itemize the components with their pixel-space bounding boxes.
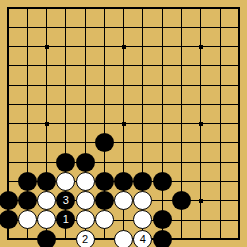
stone-black-move-3: 3 bbox=[56, 191, 75, 210]
stone-black bbox=[0, 191, 18, 210]
stone-white bbox=[114, 191, 133, 210]
move-number-label: 1 bbox=[63, 214, 69, 225]
stone-black bbox=[153, 210, 172, 229]
stone-black bbox=[133, 172, 152, 191]
stone-black bbox=[37, 172, 56, 191]
stone-white bbox=[76, 210, 95, 229]
go-board[interactable]: 3124 bbox=[0, 0, 247, 247]
stone-black-move-1: 1 bbox=[56, 210, 75, 229]
stone-black bbox=[153, 172, 172, 191]
stone-black bbox=[18, 191, 37, 210]
stone-black bbox=[172, 191, 191, 210]
stone-black bbox=[0, 210, 18, 229]
stone-black bbox=[114, 172, 133, 191]
stone-black bbox=[56, 153, 75, 172]
stone-white bbox=[37, 191, 56, 210]
stone-black bbox=[18, 172, 37, 191]
stone-white bbox=[114, 230, 133, 247]
move-number-label: 2 bbox=[82, 234, 88, 245]
stone-black bbox=[37, 230, 56, 247]
go-board-diagram: 3124 bbox=[0, 0, 247, 247]
stone-black bbox=[76, 153, 95, 172]
stone-white-move-4: 4 bbox=[133, 230, 152, 247]
stone-white bbox=[56, 172, 75, 191]
stone-black bbox=[153, 230, 172, 247]
stone-white bbox=[18, 210, 37, 229]
stone-white bbox=[76, 172, 95, 191]
stone-white bbox=[133, 191, 152, 210]
stone-white bbox=[76, 191, 95, 210]
stone-white-move-2: 2 bbox=[76, 230, 95, 247]
stone-white bbox=[95, 210, 114, 229]
move-number-label: 3 bbox=[63, 195, 69, 206]
stone-black bbox=[95, 191, 114, 210]
move-number-label: 4 bbox=[140, 234, 146, 245]
stone-black bbox=[95, 133, 114, 152]
stone-white bbox=[133, 210, 152, 229]
stone-white bbox=[37, 210, 56, 229]
stone-black bbox=[95, 172, 114, 191]
